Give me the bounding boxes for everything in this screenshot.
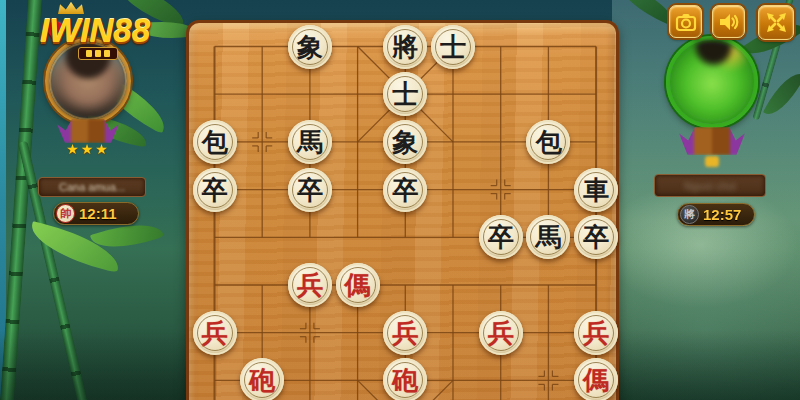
right-badge-ornament [705, 156, 719, 167]
piece-black-cannon[interactable]: 包 [193, 120, 237, 164]
piece-black-horse[interactable]: 馬 [288, 120, 332, 164]
piece-red-cannon[interactable]: 砲 [383, 358, 427, 400]
right-player-nameplate: Nguoi choi [654, 174, 766, 197]
piece-black-soldier[interactable]: 卒 [383, 168, 427, 212]
camera-button[interactable] [669, 5, 702, 38]
left-timer-value: 12:11 [79, 205, 117, 222]
piece-glyph: 士 [440, 34, 466, 60]
piece-black-soldier[interactable]: 卒 [288, 168, 332, 212]
left-player-timer: 帥 12:11 [53, 202, 139, 225]
piece-glyph: 砲 [392, 367, 418, 393]
right-avatar-photo [670, 40, 754, 124]
piece-black-advisor[interactable]: 士 [383, 72, 427, 116]
piece-black-general[interactable]: 將 [383, 25, 427, 69]
piece-glyph: 傌 [345, 272, 371, 298]
piece-black-soldier[interactable]: 卒 [574, 215, 618, 259]
piece-glyph: 包 [535, 129, 561, 155]
piece-black-cannon[interactable]: 包 [526, 120, 570, 164]
black-general-icon: 將 [680, 205, 699, 224]
piece-glyph: 兵 [488, 320, 514, 346]
left-player-name: Cana amua... [59, 181, 125, 193]
left-player-stars: ★★★ [58, 141, 118, 157]
logo-text: IWIN88 [12, 12, 178, 50]
iwin88-logo: ♥ IWIN88 [10, 2, 180, 62]
speaker-icon [717, 10, 741, 34]
left-player-nameplate: Cana amua... [38, 177, 146, 197]
piece-red-soldier[interactable]: 兵 [574, 311, 618, 355]
logo-ribbon [78, 47, 118, 60]
piece-glyph: 傌 [583, 367, 609, 393]
game-screen: 象將士士包馬象包卒卒卒車卒馬卒兵傌兵兵兵兵砲砲傌 ♥ IWIN88 ★★★ Ca… [0, 0, 800, 400]
piece-red-horse[interactable]: 傌 [574, 358, 618, 400]
piece-glyph: 象 [392, 129, 418, 155]
piece-red-soldier[interactable]: 兵 [193, 311, 237, 355]
right-timer-value: 12:57 [703, 206, 741, 223]
red-general-icon: 帥 [56, 204, 75, 223]
fullscreen-arrows-icon [764, 10, 789, 35]
piece-red-soldier[interactable]: 兵 [383, 311, 427, 355]
piece-glyph: 車 [583, 177, 609, 203]
piece-black-elephant[interactable]: 象 [383, 120, 427, 164]
piece-glyph: 砲 [249, 367, 275, 393]
piece-glyph: 兵 [297, 272, 323, 298]
piece-red-horse[interactable]: 傌 [336, 263, 380, 307]
piece-glyph: 士 [392, 81, 418, 107]
piece-black-chariot[interactable]: 車 [574, 168, 618, 212]
fullscreen-button[interactable] [758, 5, 794, 40]
piece-black-soldier[interactable]: 卒 [479, 215, 523, 259]
piece-black-elephant[interactable]: 象 [288, 25, 332, 69]
right-player-timer: 將 12:57 [677, 203, 755, 226]
piece-glyph: 兵 [583, 320, 609, 346]
piece-black-soldier[interactable]: 卒 [193, 168, 237, 212]
piece-red-soldier[interactable]: 兵 [288, 263, 332, 307]
piece-glyph: 卒 [488, 224, 514, 250]
piece-glyph: 卒 [297, 177, 323, 203]
xiangqi-board[interactable]: 象將士士包馬象包卒卒卒車卒馬卒兵傌兵兵兵兵砲砲傌 [186, 20, 619, 400]
camera-icon [674, 10, 698, 34]
piece-glyph: 包 [202, 129, 228, 155]
piece-black-advisor[interactable]: 士 [431, 25, 475, 69]
piece-glyph: 兵 [392, 320, 418, 346]
piece-glyph: 馬 [535, 224, 561, 250]
sound-button[interactable] [712, 5, 745, 38]
right-player-name: Nguoi choi [684, 180, 736, 192]
piece-glyph: 卒 [392, 177, 418, 203]
piece-glyph: 兵 [202, 320, 228, 346]
piece-glyph: 將 [392, 34, 418, 60]
piece-glyph: 馬 [297, 129, 323, 155]
crown-icon [58, 1, 84, 14]
right-player-avatar[interactable] [666, 36, 758, 128]
piece-glyph: 象 [297, 34, 323, 60]
piece-glyph: 卒 [202, 177, 228, 203]
piece-red-cannon[interactable]: 砲 [240, 358, 284, 400]
piece-glyph: 卒 [583, 224, 609, 250]
piece-black-horse[interactable]: 馬 [526, 215, 570, 259]
piece-red-soldier[interactable]: 兵 [479, 311, 523, 355]
